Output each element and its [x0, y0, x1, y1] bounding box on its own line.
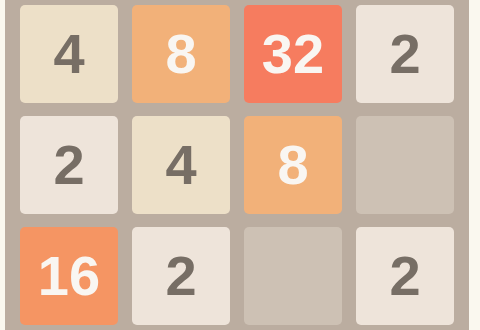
tile-r3c4: 2	[356, 227, 454, 325]
board-2048[interactable]: 483222481622	[5, 0, 469, 330]
screen: 483222481622	[0, 0, 480, 330]
empty-cell-r3c3	[244, 227, 342, 325]
tile-r3c2: 2	[132, 227, 230, 325]
tile-r2c3: 8	[244, 116, 342, 214]
tile-r1c1: 4	[20, 5, 118, 103]
tile-r1c4: 2	[356, 5, 454, 103]
tile-grid: 483222481622	[20, 5, 454, 325]
tile-r1c3: 32	[244, 5, 342, 103]
tile-r2c1: 2	[20, 116, 118, 214]
empty-cell-r2c4	[356, 116, 454, 214]
tile-r2c2: 4	[132, 116, 230, 214]
tile-r3c1: 16	[20, 227, 118, 325]
tile-r1c2: 8	[132, 5, 230, 103]
